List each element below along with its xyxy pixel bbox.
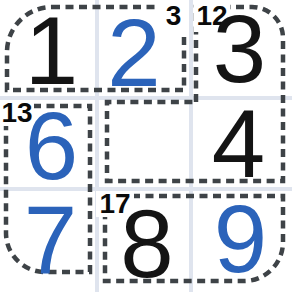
cell-r1c2[interactable]: 2 bbox=[99, 0, 189, 96]
digit-3: 3 bbox=[213, 1, 266, 97]
cell-r1c3[interactable]: 3 bbox=[193, 0, 292, 96]
cell-r3c3[interactable]: 9 bbox=[193, 191, 292, 292]
digit-7: 7 bbox=[24, 192, 77, 288]
digit-8: 8 bbox=[120, 196, 173, 292]
digit-6: 6 bbox=[25, 98, 78, 194]
digit-4: 4 bbox=[212, 96, 265, 192]
digit-9: 9 bbox=[214, 191, 267, 287]
cell-r2c3[interactable]: 4 bbox=[193, 100, 292, 187]
digit-1: 1 bbox=[25, 3, 78, 99]
cell-r2c2-empty[interactable] bbox=[99, 100, 189, 187]
digit-2: 2 bbox=[107, 5, 160, 101]
cell-r2c1[interactable]: 6 bbox=[0, 100, 95, 187]
killer-sudoku-board: 3 12 13 17 1 2 3 6 4 7 8 9 bbox=[0, 0, 292, 292]
cell-r3c1[interactable]: 7 bbox=[0, 191, 95, 292]
cell-r3c2[interactable]: 8 bbox=[99, 191, 189, 292]
cell-r1c1[interactable]: 1 bbox=[0, 0, 95, 96]
